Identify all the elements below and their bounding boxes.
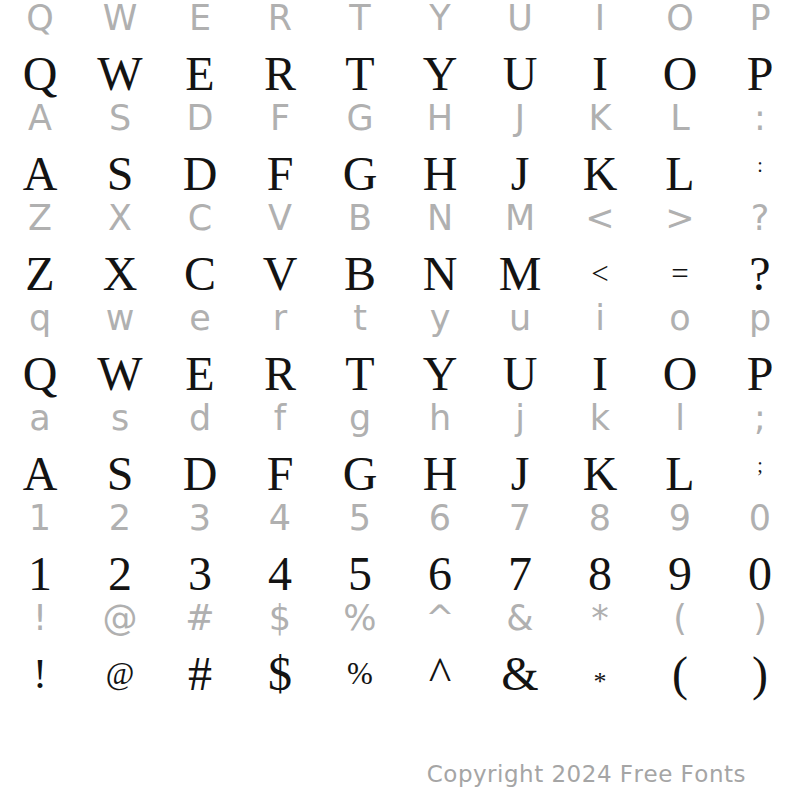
glyph-cell: < <box>560 196 640 240</box>
glyph-cell: K <box>560 96 640 140</box>
glyph-cell: H <box>400 144 480 204</box>
glyph-cell: T <box>320 0 400 40</box>
glyph-cell: o <box>640 296 720 340</box>
glyph-cell: X <box>80 196 160 240</box>
glyph-cell: < <box>560 244 640 304</box>
glyph-cell: S <box>80 444 160 504</box>
glyph-cell: I <box>560 44 640 104</box>
glyph-cell: Z <box>0 244 80 304</box>
glyph-cell: f <box>240 396 320 440</box>
glyph-cell: ? <box>720 244 800 304</box>
glyph-cell: W <box>80 0 160 40</box>
glyph-cell: p <box>720 296 800 340</box>
glyph-cell: T <box>320 44 400 104</box>
glyph-cell: ? <box>720 196 800 240</box>
glyph-cell: ; <box>720 435 800 495</box>
glyph-cell: g <box>320 396 400 440</box>
glyph-cell: ^ <box>400 644 480 704</box>
glyph-row-specimen: QWERTYUIOP <box>0 44 800 104</box>
glyph-row-reference: asdfghjkl; <box>0 396 800 440</box>
glyph-cell: e <box>160 296 240 340</box>
glyph-cell: j <box>480 396 560 440</box>
glyph-cell: Q <box>0 44 80 104</box>
glyph-cell: R <box>240 344 320 404</box>
glyph-cell: J <box>480 444 560 504</box>
glyph-row-specimen: ASDFGHJKL: <box>0 144 800 204</box>
glyph-cell: 1 <box>0 544 80 604</box>
glyph-row-specimen: ZXCVBNM<=? <box>0 244 800 304</box>
glyph-cell: G <box>320 96 400 140</box>
glyph-row-specimen: 1234567890 <box>0 544 800 604</box>
glyph-cell: M <box>480 244 560 304</box>
glyph-cell: ( <box>640 596 720 640</box>
glyph-cell: W <box>80 344 160 404</box>
glyph-cell: V <box>240 196 320 240</box>
glyph-cell: C <box>160 196 240 240</box>
glyph-cell: O <box>640 0 720 40</box>
glyph-cell: P <box>720 344 800 404</box>
glyph-row-reference: ASDFGHJKL: <box>0 96 800 140</box>
glyph-cell: # <box>160 644 240 704</box>
glyph-cell: 7 <box>480 544 560 604</box>
glyph-cell: Q <box>0 344 80 404</box>
glyph-cell: Y <box>400 44 480 104</box>
glyph-cell: L <box>640 144 720 204</box>
glyph-cell: A <box>0 144 80 204</box>
glyph-row-reference: qwertyuiop <box>0 296 800 340</box>
glyph-cell: ( <box>640 644 720 704</box>
glyph-cell: D <box>160 96 240 140</box>
glyph-row-reference: QWERTYUIOP <box>0 0 800 40</box>
glyph-cell: Z <box>0 196 80 240</box>
glyph-cell: F <box>240 144 320 204</box>
glyph-row-specimen: ASDFGHJKL; <box>0 444 800 504</box>
glyph-cell: 2 <box>80 496 160 540</box>
glyph-cell: 7 <box>480 496 560 540</box>
glyph-cell: D <box>160 144 240 204</box>
glyph-cell: 5 <box>320 544 400 604</box>
glyph-cell: U <box>480 0 560 40</box>
glyph-cell: R <box>240 44 320 104</box>
glyph-cell: 6 <box>400 544 480 604</box>
glyph-cell: = <box>640 244 720 304</box>
glyph-cell: X <box>80 244 160 304</box>
glyph-cell: h <box>400 396 480 440</box>
glyph-cell: * <box>560 652 640 712</box>
glyph-cell: * <box>560 596 640 640</box>
glyph-cell: I <box>560 344 640 404</box>
glyph-cell: # <box>160 596 240 640</box>
glyph-cell: G <box>320 144 400 204</box>
glyph-cell: P <box>720 44 800 104</box>
glyph-cell: 8 <box>560 544 640 604</box>
glyph-cell: O <box>640 344 720 404</box>
glyph-cell: P <box>720 0 800 40</box>
glyph-cell: J <box>480 144 560 204</box>
glyph-cell: 3 <box>160 544 240 604</box>
glyph-cell: H <box>400 96 480 140</box>
glyph-cell: E <box>160 0 240 40</box>
glyph-cell: t <box>320 296 400 340</box>
glyph-cell: k <box>560 396 640 440</box>
glyph-cell: s <box>80 396 160 440</box>
glyph-cell: K <box>560 144 640 204</box>
glyph-cell: H <box>400 444 480 504</box>
glyph-cell: J <box>480 96 560 140</box>
glyph-cell: l <box>640 396 720 440</box>
glyph-cell: d <box>160 396 240 440</box>
glyph-cell: w <box>80 296 160 340</box>
glyph-cell: & <box>480 596 560 640</box>
glyph-cell: A <box>0 96 80 140</box>
glyph-cell: % <box>320 596 400 640</box>
glyph-cell: 3 <box>160 496 240 540</box>
glyph-cell: 9 <box>640 544 720 604</box>
glyph-cell: S <box>80 144 160 204</box>
glyph-cell: N <box>400 196 480 240</box>
glyph-cell: i <box>560 296 640 340</box>
glyph-cell: u <box>480 296 560 340</box>
glyph-cell: % <box>320 644 400 704</box>
glyph-cell: F <box>240 444 320 504</box>
glyph-cell: T <box>320 344 400 404</box>
character-grid: QWERTYUIOPQWERTYUIOPASDFGHJKL:ASDFGHJKL:… <box>0 0 800 800</box>
glyph-row-specimen: !@#$%^&*() <box>0 644 800 704</box>
glyph-cell: G <box>320 444 400 504</box>
glyph-cell: ) <box>720 644 800 704</box>
glyph-cell: E <box>160 344 240 404</box>
glyph-cell: : <box>720 135 800 195</box>
glyph-cell: I <box>560 0 640 40</box>
glyph-cell: K <box>560 444 640 504</box>
glyph-cell: r <box>240 296 320 340</box>
glyph-cell: B <box>320 196 400 240</box>
glyph-cell: V <box>240 244 320 304</box>
glyph-cell: 5 <box>320 496 400 540</box>
glyph-cell: N <box>400 244 480 304</box>
glyph-cell: a <box>0 396 80 440</box>
glyph-cell: Y <box>400 344 480 404</box>
glyph-row-reference: ZXCVBNM<>? <box>0 196 800 240</box>
glyph-cell: B <box>320 244 400 304</box>
glyph-cell: @ <box>80 596 160 640</box>
glyph-cell: Q <box>0 0 80 40</box>
glyph-cell: Y <box>400 0 480 40</box>
glyph-cell: U <box>480 44 560 104</box>
glyph-cell: @ <box>80 644 160 704</box>
glyph-cell: R <box>240 0 320 40</box>
glyph-cell: 6 <box>400 496 480 540</box>
glyph-cell: 4 <box>240 544 320 604</box>
glyph-cell: O <box>640 44 720 104</box>
glyph-cell: L <box>640 444 720 504</box>
glyph-row-reference: 1234567890 <box>0 496 800 540</box>
glyph-cell: ! <box>0 596 80 640</box>
glyph-cell: E <box>160 44 240 104</box>
glyph-cell: & <box>480 644 560 704</box>
glyph-cell: 4 <box>240 496 320 540</box>
glyph-cell: W <box>80 44 160 104</box>
glyph-cell: 0 <box>720 544 800 604</box>
glyph-cell: ^ <box>400 596 480 640</box>
glyph-cell: L <box>640 96 720 140</box>
glyph-cell: 9 <box>640 496 720 540</box>
glyph-cell: > <box>640 196 720 240</box>
glyph-cell: U <box>480 344 560 404</box>
glyph-cell: 1 <box>0 496 80 540</box>
glyph-cell: M <box>480 196 560 240</box>
glyph-cell: ) <box>720 596 800 640</box>
glyph-cell: F <box>240 96 320 140</box>
glyph-cell: A <box>0 444 80 504</box>
glyph-cell: D <box>160 444 240 504</box>
glyph-cell: C <box>160 244 240 304</box>
glyph-cell: 2 <box>80 544 160 604</box>
glyph-cell: q <box>0 296 80 340</box>
glyph-row-specimen: QWERTYUIOP <box>0 344 800 404</box>
glyph-cell: ! <box>0 644 80 704</box>
glyph-cell: ; <box>720 396 800 440</box>
glyph-row-reference: !@#$%^&*() <box>0 596 800 640</box>
glyph-cell: $ <box>240 644 320 704</box>
glyph-cell: y <box>400 296 480 340</box>
glyph-cell: : <box>720 96 800 140</box>
copyright-text: Copyright 2024 Free Fonts <box>427 761 746 787</box>
glyph-cell: $ <box>240 596 320 640</box>
glyph-cell: S <box>80 96 160 140</box>
glyph-cell: 8 <box>560 496 640 540</box>
glyph-cell: 0 <box>720 496 800 540</box>
